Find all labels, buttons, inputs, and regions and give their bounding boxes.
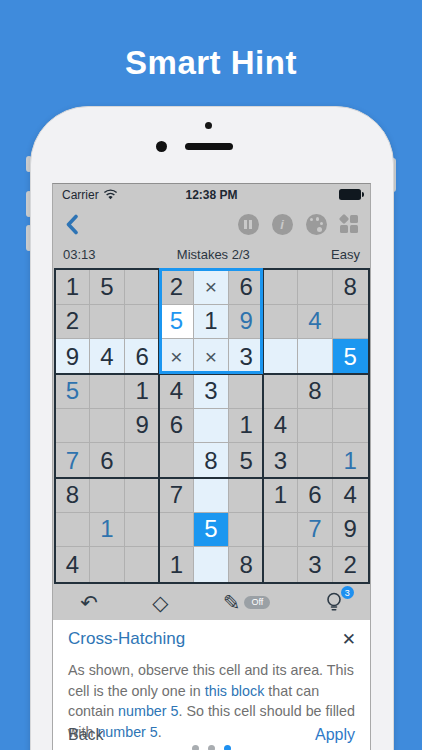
phone-screen: Carrier 12:38 PM i <box>52 183 371 750</box>
cell-r4c3[interactable]: 1 <box>125 374 160 409</box>
cell-r7c5[interactable] <box>194 478 229 513</box>
cell-r1c5[interactable]: × <box>194 270 229 305</box>
cell-r3c3[interactable]: 6 <box>125 339 160 374</box>
cell-r1c3[interactable] <box>125 270 160 305</box>
hint-link[interactable]: this block <box>205 683 265 699</box>
cell-r3c2[interactable]: 4 <box>90 339 125 374</box>
cell-r6c7[interactable]: 3 <box>264 443 299 478</box>
cell-r4c7[interactable] <box>264 374 299 409</box>
cell-r7c6[interactable] <box>229 478 264 513</box>
difficulty-label: Easy <box>331 247 360 262</box>
cell-r6c5[interactable]: 8 <box>194 443 229 478</box>
cell-r1c6[interactable]: 6 <box>229 270 264 305</box>
cell-r8c2[interactable]: 1 <box>90 513 125 548</box>
cell-r5c1[interactable] <box>56 409 91 444</box>
pencil-icon: ✎ <box>223 592 241 613</box>
cell-r9c9[interactable]: 2 <box>333 547 368 582</box>
hint-link[interactable]: number 5 <box>118 703 178 719</box>
tool-bar: ↶ ◇ ✎ Off 3 <box>53 584 370 620</box>
cell-r3c8[interactable] <box>298 339 333 374</box>
cell-r4c1[interactable]: 5 <box>56 374 91 409</box>
cell-r5c8[interactable] <box>298 409 333 444</box>
lightbulb-icon <box>325 591 343 613</box>
cell-r3c9[interactable]: 5 <box>333 339 368 374</box>
cell-r1c9[interactable]: 8 <box>333 270 368 305</box>
cell-r3c7[interactable] <box>264 339 299 374</box>
cell-r2c9[interactable] <box>333 305 368 340</box>
carrier-label: Carrier <box>62 188 99 202</box>
earpiece-speaker <box>185 143 233 150</box>
cell-r9c5[interactable] <box>194 547 229 582</box>
cell-r2c1[interactable]: 2 <box>56 305 91 340</box>
screenshot-canvas: Smart Hint Carrier 12:38 PM <box>0 0 422 750</box>
cell-r9c7[interactable] <box>264 547 299 582</box>
pencil-mode-badge: Off <box>244 596 270 609</box>
page-dot[interactable] <box>208 745 215 750</box>
front-camera <box>156 141 167 152</box>
cell-r8c5[interactable]: 5 <box>194 513 229 548</box>
cell-r2c8[interactable]: 4 <box>298 305 333 340</box>
nav-bar: i <box>53 205 370 243</box>
cell-r6c1[interactable]: 7 <box>56 443 91 478</box>
cell-r6c8[interactable] <box>298 443 333 478</box>
cell-r9c1[interactable]: 4 <box>56 547 91 582</box>
cell-r7c3[interactable] <box>125 478 160 513</box>
cell-r8c7[interactable] <box>264 513 299 548</box>
cell-r9c6[interactable]: 8 <box>229 547 264 582</box>
cell-r7c2[interactable] <box>90 478 125 513</box>
game-info-bar: 03:13 Mistakes 2/3 Easy <box>53 243 370 266</box>
eraser-button[interactable]: ◇ <box>152 592 168 613</box>
undo-icon: ↶ <box>80 592 98 613</box>
cell-r2c3[interactable] <box>125 305 160 340</box>
cell-r3c4[interactable]: × <box>160 339 195 374</box>
cell-r5c2[interactable] <box>90 409 125 444</box>
sudoku-board: 152×6825194946××355143896147685318716415… <box>54 268 370 584</box>
cell-r8c4[interactable] <box>160 513 195 548</box>
cell-r2c4[interactable]: 5 <box>160 305 195 340</box>
cell-r5c6[interactable]: 1 <box>229 409 264 444</box>
cell-r6c6[interactable]: 5 <box>229 443 264 478</box>
cell-r8c3[interactable] <box>125 513 160 548</box>
cell-r4c6[interactable] <box>229 374 264 409</box>
cell-r3c5[interactable]: × <box>194 339 229 374</box>
cell-r7c4[interactable]: 7 <box>160 478 195 513</box>
cell-r1c1[interactable]: 1 <box>56 270 91 305</box>
close-icon[interactable]: ✕ <box>342 631 356 648</box>
cell-r7c8[interactable]: 6 <box>298 478 333 513</box>
info-button[interactable]: i <box>272 214 293 235</box>
cell-r6c3[interactable] <box>125 443 160 478</box>
cell-r4c4[interactable]: 4 <box>160 374 195 409</box>
cell-r6c9[interactable]: 1 <box>333 443 368 478</box>
cell-r4c5[interactable]: 3 <box>194 374 229 409</box>
cell-r2c5[interactable]: 1 <box>194 305 229 340</box>
cell-r5c3[interactable]: 9 <box>125 409 160 444</box>
hint-button[interactable]: 3 <box>325 591 343 613</box>
blocks-button[interactable] <box>340 215 359 234</box>
status-bar: Carrier 12:38 PM <box>53 184 370 205</box>
cell-r4c2[interactable] <box>90 374 125 409</box>
cell-r9c8[interactable]: 3 <box>298 547 333 582</box>
cell-r6c4[interactable] <box>160 443 195 478</box>
cell-r1c2[interactable]: 5 <box>90 270 125 305</box>
cell-r6c2[interactable]: 6 <box>90 443 125 478</box>
cell-r5c7[interactable]: 4 <box>264 409 299 444</box>
apply-button[interactable]: Apply <box>315 726 355 744</box>
wifi-icon <box>103 189 118 200</box>
cell-r7c7[interactable]: 1 <box>264 478 299 513</box>
cell-r3c6[interactable]: 3 <box>229 339 264 374</box>
hint-title: Cross-Hatching <box>68 629 185 649</box>
cell-r7c9[interactable]: 4 <box>333 478 368 513</box>
cell-r1c8[interactable] <box>298 270 333 305</box>
cell-r9c4[interactable]: 1 <box>160 547 195 582</box>
undo-button[interactable]: ↶ <box>80 592 98 613</box>
page-dot[interactable] <box>192 745 199 750</box>
page-dots <box>53 745 370 750</box>
cell-r1c7[interactable] <box>264 270 299 305</box>
cell-r5c9[interactable] <box>333 409 368 444</box>
cell-r1c4[interactable]: 2 <box>160 270 195 305</box>
cell-r7c1[interactable]: 8 <box>56 478 91 513</box>
cell-r4c9[interactable] <box>333 374 368 409</box>
proximity-sensor-dot <box>205 122 212 129</box>
mistakes-label: Mistakes 2/3 <box>177 247 250 262</box>
battery-icon <box>339 189 361 200</box>
cell-r8c9[interactable]: 9 <box>333 513 368 548</box>
cell-r8c1[interactable] <box>56 513 91 548</box>
page-dot[interactable] <box>224 745 231 750</box>
cell-r2c7[interactable] <box>264 305 299 340</box>
cell-r2c6[interactable]: 9 <box>229 305 264 340</box>
cell-r2c2[interactable] <box>90 305 125 340</box>
timer-label: 03:13 <box>63 247 96 262</box>
cell-r5c5[interactable] <box>194 409 229 444</box>
cell-r3c1[interactable]: 9 <box>56 339 91 374</box>
hint-count-badge: 3 <box>341 586 354 599</box>
cell-r5c4[interactable]: 6 <box>160 409 195 444</box>
cell-r8c8[interactable]: 7 <box>298 513 333 548</box>
eraser-icon: ◇ <box>152 592 168 613</box>
cell-r9c2[interactable] <box>90 547 125 582</box>
cell-r8c6[interactable] <box>229 513 264 548</box>
cell-r4c8[interactable]: 8 <box>298 374 333 409</box>
pause-button[interactable] <box>238 214 259 235</box>
pencil-button[interactable]: ✎ Off <box>223 592 270 613</box>
page-title: Smart Hint <box>0 44 422 82</box>
cell-r9c3[interactable] <box>125 547 160 582</box>
back-button[interactable]: Back <box>68 726 104 744</box>
palette-button[interactable] <box>306 214 327 235</box>
hint-panel: Cross-Hatching ✕ As shown, observe this … <box>53 620 370 750</box>
back-button[interactable] <box>65 214 79 235</box>
